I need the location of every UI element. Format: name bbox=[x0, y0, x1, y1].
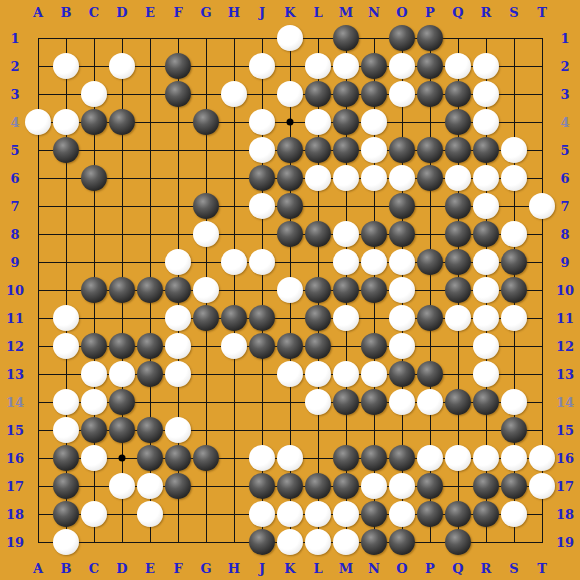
point-b13[interactable] bbox=[52, 360, 80, 388]
point-m19[interactable] bbox=[332, 528, 360, 556]
point-d13[interactable] bbox=[108, 360, 136, 388]
point-q1[interactable] bbox=[444, 24, 472, 52]
point-q5[interactable] bbox=[444, 136, 472, 164]
point-a17[interactable] bbox=[24, 472, 52, 500]
point-d11[interactable] bbox=[108, 304, 136, 332]
point-c13[interactable] bbox=[80, 360, 108, 388]
point-m12[interactable] bbox=[332, 332, 360, 360]
point-l12[interactable] bbox=[304, 332, 332, 360]
point-r11[interactable] bbox=[472, 304, 500, 332]
point-q8[interactable] bbox=[444, 220, 472, 248]
point-g13[interactable] bbox=[192, 360, 220, 388]
point-l10[interactable] bbox=[304, 276, 332, 304]
point-t4[interactable] bbox=[528, 108, 556, 136]
point-r19[interactable] bbox=[472, 528, 500, 556]
point-q19[interactable] bbox=[444, 528, 472, 556]
point-n17[interactable] bbox=[360, 472, 388, 500]
point-f3[interactable] bbox=[164, 80, 192, 108]
point-o4[interactable] bbox=[388, 108, 416, 136]
point-s9[interactable] bbox=[500, 248, 528, 276]
point-e17[interactable] bbox=[136, 472, 164, 500]
point-j15[interactable] bbox=[248, 416, 276, 444]
point-d4[interactable] bbox=[108, 108, 136, 136]
point-h7[interactable] bbox=[220, 192, 248, 220]
point-s16[interactable] bbox=[500, 444, 528, 472]
point-s17[interactable] bbox=[500, 472, 528, 500]
point-m18[interactable] bbox=[332, 500, 360, 528]
point-t3[interactable] bbox=[528, 80, 556, 108]
point-s15[interactable] bbox=[500, 416, 528, 444]
point-o3[interactable] bbox=[388, 80, 416, 108]
point-s12[interactable] bbox=[500, 332, 528, 360]
point-g8[interactable] bbox=[192, 220, 220, 248]
point-a15[interactable] bbox=[24, 416, 52, 444]
point-r4[interactable] bbox=[472, 108, 500, 136]
point-p16[interactable] bbox=[416, 444, 444, 472]
point-c5[interactable] bbox=[80, 136, 108, 164]
point-m6[interactable] bbox=[332, 164, 360, 192]
point-p4[interactable] bbox=[416, 108, 444, 136]
point-b10[interactable] bbox=[52, 276, 80, 304]
point-d5[interactable] bbox=[108, 136, 136, 164]
point-g1[interactable] bbox=[192, 24, 220, 52]
point-e13[interactable] bbox=[136, 360, 164, 388]
point-b8[interactable] bbox=[52, 220, 80, 248]
point-h1[interactable] bbox=[220, 24, 248, 52]
point-h5[interactable] bbox=[220, 136, 248, 164]
point-m11[interactable] bbox=[332, 304, 360, 332]
point-g12[interactable] bbox=[192, 332, 220, 360]
point-j8[interactable] bbox=[248, 220, 276, 248]
point-t9[interactable] bbox=[528, 248, 556, 276]
point-o11[interactable] bbox=[388, 304, 416, 332]
point-c14[interactable] bbox=[80, 388, 108, 416]
point-j6[interactable] bbox=[248, 164, 276, 192]
point-a7[interactable] bbox=[24, 192, 52, 220]
point-l19[interactable] bbox=[304, 528, 332, 556]
point-t2[interactable] bbox=[528, 52, 556, 80]
point-o1[interactable] bbox=[388, 24, 416, 52]
point-b5[interactable] bbox=[52, 136, 80, 164]
point-n3[interactable] bbox=[360, 80, 388, 108]
point-h13[interactable] bbox=[220, 360, 248, 388]
point-s10[interactable] bbox=[500, 276, 528, 304]
point-e7[interactable] bbox=[136, 192, 164, 220]
point-o13[interactable] bbox=[388, 360, 416, 388]
point-c4[interactable] bbox=[80, 108, 108, 136]
point-o18[interactable] bbox=[388, 500, 416, 528]
point-k2[interactable] bbox=[276, 52, 304, 80]
point-f15[interactable] bbox=[164, 416, 192, 444]
point-f8[interactable] bbox=[164, 220, 192, 248]
point-a13[interactable] bbox=[24, 360, 52, 388]
point-k18[interactable] bbox=[276, 500, 304, 528]
point-n9[interactable] bbox=[360, 248, 388, 276]
point-f18[interactable] bbox=[164, 500, 192, 528]
point-q16[interactable] bbox=[444, 444, 472, 472]
point-k8[interactable] bbox=[276, 220, 304, 248]
point-r12[interactable] bbox=[472, 332, 500, 360]
point-e2[interactable] bbox=[136, 52, 164, 80]
point-f4[interactable] bbox=[164, 108, 192, 136]
point-b6[interactable] bbox=[52, 164, 80, 192]
point-q9[interactable] bbox=[444, 248, 472, 276]
point-k10[interactable] bbox=[276, 276, 304, 304]
point-p8[interactable] bbox=[416, 220, 444, 248]
point-k11[interactable] bbox=[276, 304, 304, 332]
point-f19[interactable] bbox=[164, 528, 192, 556]
point-o17[interactable] bbox=[388, 472, 416, 500]
point-r8[interactable] bbox=[472, 220, 500, 248]
point-q17[interactable] bbox=[444, 472, 472, 500]
point-r5[interactable] bbox=[472, 136, 500, 164]
point-l14[interactable] bbox=[304, 388, 332, 416]
point-t7[interactable] bbox=[528, 192, 556, 220]
point-q11[interactable] bbox=[444, 304, 472, 332]
point-c19[interactable] bbox=[80, 528, 108, 556]
point-j4[interactable] bbox=[248, 108, 276, 136]
point-s14[interactable] bbox=[500, 388, 528, 416]
point-h12[interactable] bbox=[220, 332, 248, 360]
point-c11[interactable] bbox=[80, 304, 108, 332]
point-n13[interactable] bbox=[360, 360, 388, 388]
point-l1[interactable] bbox=[304, 24, 332, 52]
point-j1[interactable] bbox=[248, 24, 276, 52]
point-l8[interactable] bbox=[304, 220, 332, 248]
point-j12[interactable] bbox=[248, 332, 276, 360]
point-g9[interactable] bbox=[192, 248, 220, 276]
point-q4[interactable] bbox=[444, 108, 472, 136]
point-s8[interactable] bbox=[500, 220, 528, 248]
point-m17[interactable] bbox=[332, 472, 360, 500]
point-s1[interactable] bbox=[500, 24, 528, 52]
point-a3[interactable] bbox=[24, 80, 52, 108]
point-e11[interactable] bbox=[136, 304, 164, 332]
point-d18[interactable] bbox=[108, 500, 136, 528]
point-n2[interactable] bbox=[360, 52, 388, 80]
point-f9[interactable] bbox=[164, 248, 192, 276]
point-t1[interactable] bbox=[528, 24, 556, 52]
point-a1[interactable] bbox=[24, 24, 52, 52]
point-n10[interactable] bbox=[360, 276, 388, 304]
point-t16[interactable] bbox=[528, 444, 556, 472]
point-p17[interactable] bbox=[416, 472, 444, 500]
point-o7[interactable] bbox=[388, 192, 416, 220]
point-n7[interactable] bbox=[360, 192, 388, 220]
point-d3[interactable] bbox=[108, 80, 136, 108]
point-h16[interactable] bbox=[220, 444, 248, 472]
point-k9[interactable] bbox=[276, 248, 304, 276]
point-l18[interactable] bbox=[304, 500, 332, 528]
point-n11[interactable] bbox=[360, 304, 388, 332]
point-o5[interactable] bbox=[388, 136, 416, 164]
point-q3[interactable] bbox=[444, 80, 472, 108]
point-t11[interactable] bbox=[528, 304, 556, 332]
point-q12[interactable] bbox=[444, 332, 472, 360]
point-k6[interactable] bbox=[276, 164, 304, 192]
point-c8[interactable] bbox=[80, 220, 108, 248]
point-n12[interactable] bbox=[360, 332, 388, 360]
point-m1[interactable] bbox=[332, 24, 360, 52]
point-n18[interactable] bbox=[360, 500, 388, 528]
point-n15[interactable] bbox=[360, 416, 388, 444]
point-k13[interactable] bbox=[276, 360, 304, 388]
point-f16[interactable] bbox=[164, 444, 192, 472]
point-t14[interactable] bbox=[528, 388, 556, 416]
point-f14[interactable] bbox=[164, 388, 192, 416]
point-m16[interactable] bbox=[332, 444, 360, 472]
point-n8[interactable] bbox=[360, 220, 388, 248]
point-c16[interactable] bbox=[80, 444, 108, 472]
point-m8[interactable] bbox=[332, 220, 360, 248]
point-j13[interactable] bbox=[248, 360, 276, 388]
point-d12[interactable] bbox=[108, 332, 136, 360]
point-b17[interactable] bbox=[52, 472, 80, 500]
point-k1[interactable] bbox=[276, 24, 304, 52]
point-n4[interactable] bbox=[360, 108, 388, 136]
point-a5[interactable] bbox=[24, 136, 52, 164]
point-h15[interactable] bbox=[220, 416, 248, 444]
point-t15[interactable] bbox=[528, 416, 556, 444]
point-j18[interactable] bbox=[248, 500, 276, 528]
point-p12[interactable] bbox=[416, 332, 444, 360]
point-g14[interactable] bbox=[192, 388, 220, 416]
point-q14[interactable] bbox=[444, 388, 472, 416]
point-b1[interactable] bbox=[52, 24, 80, 52]
point-s6[interactable] bbox=[500, 164, 528, 192]
point-l15[interactable] bbox=[304, 416, 332, 444]
point-j11[interactable] bbox=[248, 304, 276, 332]
point-h14[interactable] bbox=[220, 388, 248, 416]
point-e1[interactable] bbox=[136, 24, 164, 52]
point-d15[interactable] bbox=[108, 416, 136, 444]
point-r17[interactable] bbox=[472, 472, 500, 500]
point-l11[interactable] bbox=[304, 304, 332, 332]
point-m5[interactable] bbox=[332, 136, 360, 164]
point-f1[interactable] bbox=[164, 24, 192, 52]
point-c7[interactable] bbox=[80, 192, 108, 220]
point-t13[interactable] bbox=[528, 360, 556, 388]
point-h10[interactable] bbox=[220, 276, 248, 304]
point-r6[interactable] bbox=[472, 164, 500, 192]
point-g17[interactable] bbox=[192, 472, 220, 500]
point-t5[interactable] bbox=[528, 136, 556, 164]
point-l16[interactable] bbox=[304, 444, 332, 472]
point-g19[interactable] bbox=[192, 528, 220, 556]
point-c18[interactable] bbox=[80, 500, 108, 528]
point-q10[interactable] bbox=[444, 276, 472, 304]
point-e16[interactable] bbox=[136, 444, 164, 472]
point-e12[interactable] bbox=[136, 332, 164, 360]
point-d2[interactable] bbox=[108, 52, 136, 80]
point-d1[interactable] bbox=[108, 24, 136, 52]
point-g7[interactable] bbox=[192, 192, 220, 220]
point-k19[interactable] bbox=[276, 528, 304, 556]
point-g6[interactable] bbox=[192, 164, 220, 192]
point-c15[interactable] bbox=[80, 416, 108, 444]
point-r15[interactable] bbox=[472, 416, 500, 444]
point-b18[interactable] bbox=[52, 500, 80, 528]
point-p2[interactable] bbox=[416, 52, 444, 80]
point-j10[interactable] bbox=[248, 276, 276, 304]
point-k7[interactable] bbox=[276, 192, 304, 220]
point-c1[interactable] bbox=[80, 24, 108, 52]
point-h17[interactable] bbox=[220, 472, 248, 500]
point-a14[interactable] bbox=[24, 388, 52, 416]
point-m2[interactable] bbox=[332, 52, 360, 80]
point-q6[interactable] bbox=[444, 164, 472, 192]
point-e6[interactable] bbox=[136, 164, 164, 192]
point-g3[interactable] bbox=[192, 80, 220, 108]
point-h9[interactable] bbox=[220, 248, 248, 276]
point-e8[interactable] bbox=[136, 220, 164, 248]
point-f13[interactable] bbox=[164, 360, 192, 388]
point-a2[interactable] bbox=[24, 52, 52, 80]
point-p5[interactable] bbox=[416, 136, 444, 164]
point-d6[interactable] bbox=[108, 164, 136, 192]
point-c6[interactable] bbox=[80, 164, 108, 192]
point-j5[interactable] bbox=[248, 136, 276, 164]
point-e14[interactable] bbox=[136, 388, 164, 416]
point-a11[interactable] bbox=[24, 304, 52, 332]
point-r9[interactable] bbox=[472, 248, 500, 276]
point-f17[interactable] bbox=[164, 472, 192, 500]
point-k12[interactable] bbox=[276, 332, 304, 360]
point-q13[interactable] bbox=[444, 360, 472, 388]
point-h8[interactable] bbox=[220, 220, 248, 248]
point-s18[interactable] bbox=[500, 500, 528, 528]
point-k16[interactable] bbox=[276, 444, 304, 472]
point-l17[interactable] bbox=[304, 472, 332, 500]
point-k3[interactable] bbox=[276, 80, 304, 108]
point-l4[interactable] bbox=[304, 108, 332, 136]
point-b15[interactable] bbox=[52, 416, 80, 444]
point-h3[interactable] bbox=[220, 80, 248, 108]
point-g5[interactable] bbox=[192, 136, 220, 164]
point-r13[interactable] bbox=[472, 360, 500, 388]
point-k5[interactable] bbox=[276, 136, 304, 164]
point-f12[interactable] bbox=[164, 332, 192, 360]
point-k14[interactable] bbox=[276, 388, 304, 416]
point-t12[interactable] bbox=[528, 332, 556, 360]
point-h18[interactable] bbox=[220, 500, 248, 528]
point-g10[interactable] bbox=[192, 276, 220, 304]
point-p3[interactable] bbox=[416, 80, 444, 108]
point-t17[interactable] bbox=[528, 472, 556, 500]
point-p1[interactable] bbox=[416, 24, 444, 52]
point-f5[interactable] bbox=[164, 136, 192, 164]
point-e3[interactable] bbox=[136, 80, 164, 108]
point-j9[interactable] bbox=[248, 248, 276, 276]
point-b3[interactable] bbox=[52, 80, 80, 108]
point-d14[interactable] bbox=[108, 388, 136, 416]
point-n5[interactable] bbox=[360, 136, 388, 164]
point-t8[interactable] bbox=[528, 220, 556, 248]
point-q15[interactable] bbox=[444, 416, 472, 444]
point-o14[interactable] bbox=[388, 388, 416, 416]
point-l2[interactable] bbox=[304, 52, 332, 80]
point-m13[interactable] bbox=[332, 360, 360, 388]
point-f11[interactable] bbox=[164, 304, 192, 332]
point-n19[interactable] bbox=[360, 528, 388, 556]
point-p11[interactable] bbox=[416, 304, 444, 332]
point-o16[interactable] bbox=[388, 444, 416, 472]
point-s2[interactable] bbox=[500, 52, 528, 80]
point-b14[interactable] bbox=[52, 388, 80, 416]
point-p13[interactable] bbox=[416, 360, 444, 388]
point-c3[interactable] bbox=[80, 80, 108, 108]
point-o12[interactable] bbox=[388, 332, 416, 360]
point-c10[interactable] bbox=[80, 276, 108, 304]
point-g16[interactable] bbox=[192, 444, 220, 472]
point-k15[interactable] bbox=[276, 416, 304, 444]
point-d8[interactable] bbox=[108, 220, 136, 248]
point-g2[interactable] bbox=[192, 52, 220, 80]
point-a12[interactable] bbox=[24, 332, 52, 360]
point-q18[interactable] bbox=[444, 500, 472, 528]
point-h2[interactable] bbox=[220, 52, 248, 80]
point-e18[interactable] bbox=[136, 500, 164, 528]
point-b7[interactable] bbox=[52, 192, 80, 220]
point-s7[interactable] bbox=[500, 192, 528, 220]
point-e5[interactable] bbox=[136, 136, 164, 164]
point-m10[interactable] bbox=[332, 276, 360, 304]
point-t19[interactable] bbox=[528, 528, 556, 556]
point-m15[interactable] bbox=[332, 416, 360, 444]
point-g11[interactable] bbox=[192, 304, 220, 332]
point-s11[interactable] bbox=[500, 304, 528, 332]
point-q2[interactable] bbox=[444, 52, 472, 80]
point-b11[interactable] bbox=[52, 304, 80, 332]
point-j14[interactable] bbox=[248, 388, 276, 416]
point-b9[interactable] bbox=[52, 248, 80, 276]
point-m14[interactable] bbox=[332, 388, 360, 416]
point-c2[interactable] bbox=[80, 52, 108, 80]
point-p6[interactable] bbox=[416, 164, 444, 192]
point-l7[interactable] bbox=[304, 192, 332, 220]
point-e19[interactable] bbox=[136, 528, 164, 556]
point-c12[interactable] bbox=[80, 332, 108, 360]
point-n16[interactable] bbox=[360, 444, 388, 472]
point-p18[interactable] bbox=[416, 500, 444, 528]
point-o15[interactable] bbox=[388, 416, 416, 444]
point-j7[interactable] bbox=[248, 192, 276, 220]
point-r14[interactable] bbox=[472, 388, 500, 416]
point-o10[interactable] bbox=[388, 276, 416, 304]
point-r2[interactable] bbox=[472, 52, 500, 80]
point-s4[interactable] bbox=[500, 108, 528, 136]
point-a8[interactable] bbox=[24, 220, 52, 248]
point-d7[interactable] bbox=[108, 192, 136, 220]
point-g15[interactable] bbox=[192, 416, 220, 444]
point-d16[interactable] bbox=[108, 444, 136, 472]
point-d17[interactable] bbox=[108, 472, 136, 500]
point-o9[interactable] bbox=[388, 248, 416, 276]
point-n1[interactable] bbox=[360, 24, 388, 52]
point-l5[interactable] bbox=[304, 136, 332, 164]
point-t6[interactable] bbox=[528, 164, 556, 192]
point-r10[interactable] bbox=[472, 276, 500, 304]
point-f10[interactable] bbox=[164, 276, 192, 304]
point-s5[interactable] bbox=[500, 136, 528, 164]
point-g18[interactable] bbox=[192, 500, 220, 528]
point-p10[interactable] bbox=[416, 276, 444, 304]
point-d9[interactable] bbox=[108, 248, 136, 276]
point-b16[interactable] bbox=[52, 444, 80, 472]
point-r18[interactable] bbox=[472, 500, 500, 528]
point-l3[interactable] bbox=[304, 80, 332, 108]
point-h11[interactable] bbox=[220, 304, 248, 332]
